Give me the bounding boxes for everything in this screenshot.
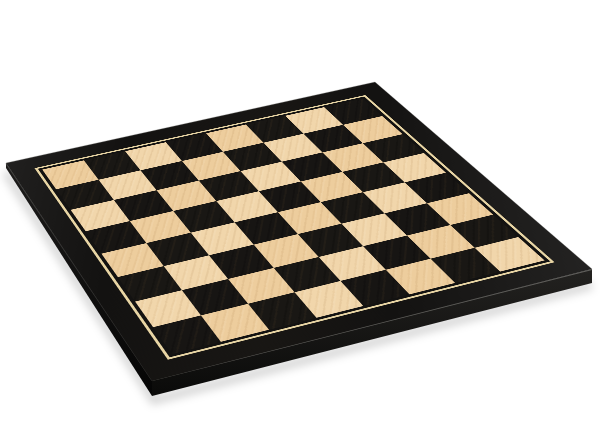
product-photo	[0, 0, 600, 440]
